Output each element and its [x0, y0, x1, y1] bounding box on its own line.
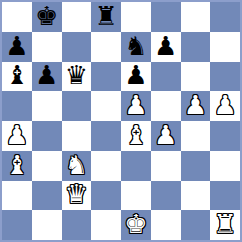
square-h7[interactable]	[210, 32, 240, 62]
black-pawn[interactable]: ♟	[124, 62, 147, 88]
white-pawn[interactable]: ♟	[5, 122, 28, 148]
white-pawn[interactable]: ♟	[154, 122, 177, 148]
square-f2[interactable]	[151, 181, 181, 211]
square-g3[interactable]	[181, 151, 211, 181]
square-e8[interactable]	[121, 2, 151, 32]
square-b4[interactable]	[32, 121, 62, 151]
square-a5[interactable]	[2, 91, 32, 121]
black-knight[interactable]: ♞	[124, 33, 147, 59]
square-h8[interactable]	[210, 2, 240, 32]
square-d7[interactable]	[91, 32, 121, 62]
square-c1[interactable]	[62, 210, 92, 240]
white-pawn[interactable]: ♟	[184, 92, 207, 118]
square-e1[interactable]: ♚	[121, 210, 151, 240]
square-f4[interactable]: ♟	[151, 121, 181, 151]
square-f5[interactable]	[151, 91, 181, 121]
square-d8[interactable]: ♜	[91, 2, 121, 32]
square-f1[interactable]	[151, 210, 181, 240]
square-c4[interactable]	[62, 121, 92, 151]
square-f8[interactable]	[151, 2, 181, 32]
square-a1[interactable]	[2, 210, 32, 240]
square-b1[interactable]	[32, 210, 62, 240]
square-b5[interactable]	[32, 91, 62, 121]
white-pawn[interactable]: ♟	[124, 92, 147, 118]
white-rook[interactable]: ♜	[213, 211, 236, 237]
square-h1[interactable]: ♜	[210, 210, 240, 240]
square-h6[interactable]	[210, 62, 240, 92]
square-b3[interactable]	[32, 151, 62, 181]
square-a7[interactable]: ♟	[2, 32, 32, 62]
square-e6[interactable]: ♟	[121, 62, 151, 92]
square-d2[interactable]	[91, 181, 121, 211]
black-queen[interactable]: ♛	[65, 62, 88, 88]
square-g6[interactable]	[181, 62, 211, 92]
square-e3[interactable]	[121, 151, 151, 181]
square-b7[interactable]	[32, 32, 62, 62]
square-d6[interactable]	[91, 62, 121, 92]
square-e7[interactable]: ♞	[121, 32, 151, 62]
black-bishop[interactable]: ♝	[5, 62, 28, 88]
square-b8[interactable]: ♚	[32, 2, 62, 32]
square-g1[interactable]	[181, 210, 211, 240]
white-pawn[interactable]: ♟	[213, 92, 236, 118]
square-c2[interactable]: ♛	[62, 181, 92, 211]
black-pawn[interactable]: ♟	[5, 33, 28, 59]
square-d4[interactable]	[91, 121, 121, 151]
square-d3[interactable]	[91, 151, 121, 181]
square-g5[interactable]: ♟	[181, 91, 211, 121]
square-g7[interactable]	[181, 32, 211, 62]
black-pawn[interactable]: ♟	[35, 62, 58, 88]
square-f3[interactable]	[151, 151, 181, 181]
square-c8[interactable]	[62, 2, 92, 32]
white-queen[interactable]: ♛	[65, 181, 88, 207]
square-a4[interactable]: ♟	[2, 121, 32, 151]
square-b6[interactable]: ♟	[32, 62, 62, 92]
square-c5[interactable]	[62, 91, 92, 121]
chess-board: ♚♜♟♞♟♝♟♛♟♟♟♟♟♝♟♝♞♛♚♜	[0, 0, 242, 242]
black-rook[interactable]: ♜	[94, 3, 117, 29]
square-a6[interactable]: ♝	[2, 62, 32, 92]
square-g8[interactable]	[181, 2, 211, 32]
square-e2[interactable]	[121, 181, 151, 211]
white-knight[interactable]: ♞	[65, 152, 88, 178]
square-h3[interactable]	[210, 151, 240, 181]
square-b2[interactable]	[32, 181, 62, 211]
square-h5[interactable]: ♟	[210, 91, 240, 121]
square-h4[interactable]	[210, 121, 240, 151]
square-d1[interactable]	[91, 210, 121, 240]
square-g2[interactable]	[181, 181, 211, 211]
white-bishop[interactable]: ♝	[124, 122, 147, 148]
square-e5[interactable]: ♟	[121, 91, 151, 121]
square-a3[interactable]: ♝	[2, 151, 32, 181]
square-c6[interactable]: ♛	[62, 62, 92, 92]
white-bishop[interactable]: ♝	[5, 152, 28, 178]
square-f6[interactable]	[151, 62, 181, 92]
square-a2[interactable]	[2, 181, 32, 211]
square-c7[interactable]	[62, 32, 92, 62]
white-king[interactable]: ♚	[124, 211, 147, 237]
square-h2[interactable]	[210, 181, 240, 211]
square-g4[interactable]	[181, 121, 211, 151]
black-pawn[interactable]: ♟	[154, 33, 177, 59]
square-a8[interactable]	[2, 2, 32, 32]
square-e4[interactable]: ♝	[121, 121, 151, 151]
black-king[interactable]: ♚	[35, 3, 58, 29]
square-d5[interactable]	[91, 91, 121, 121]
square-c3[interactable]: ♞	[62, 151, 92, 181]
square-f7[interactable]: ♟	[151, 32, 181, 62]
